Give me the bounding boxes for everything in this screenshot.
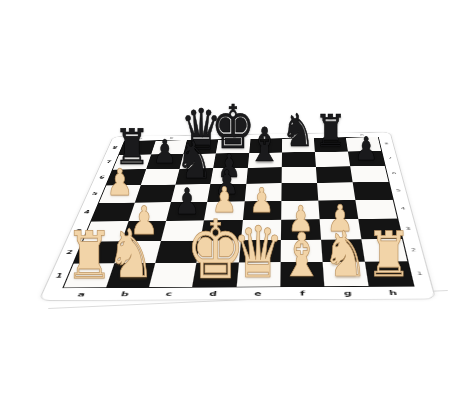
square-g8: [314, 138, 348, 152]
coordinate-label: f: [280, 287, 325, 299]
square-e2: [238, 240, 280, 263]
square-e4: [242, 201, 281, 220]
square-c3: [161, 220, 204, 241]
coordinate-label: d: [190, 287, 236, 299]
square-f5: [281, 183, 318, 201]
square-h8: [346, 137, 381, 151]
square-c8: [184, 140, 219, 154]
square-f7: [281, 152, 315, 167]
square-f2: [280, 240, 322, 263]
coordinate-label: e: [235, 287, 280, 299]
square-g7: [315, 152, 350, 167]
square-e7: [247, 153, 281, 168]
square-c4: [166, 202, 207, 221]
coordinate-label: g: [325, 287, 372, 299]
square-h1: [365, 261, 413, 286]
square-h6: [350, 166, 388, 183]
square-g3: [319, 219, 361, 240]
square-e5: [244, 183, 281, 201]
square-g6: [316, 166, 353, 183]
square-d6: [211, 168, 248, 184]
square-c7: [180, 154, 216, 169]
square-g1: [322, 262, 368, 287]
coordinate-label: b: [101, 288, 148, 300]
square-b6: [141, 169, 180, 185]
square-d2: [197, 240, 241, 262]
square-b1: [106, 263, 155, 287]
square-h2: [361, 239, 407, 262]
square-b4: [129, 202, 171, 221]
square-d1: [193, 262, 239, 287]
square-h3: [358, 218, 402, 239]
square-c5: [171, 184, 210, 202]
file-labels-front: abcdefgh: [57, 287, 417, 300]
square-b2: [115, 241, 162, 263]
square-h4: [355, 199, 397, 218]
square-e1: [236, 262, 280, 287]
board-perspective-wrap: abcdefgh 87654321 87654321 abcdefgh: [71, 27, 416, 372]
square-b3: [122, 221, 166, 242]
chess-mat: abcdefgh 87654321 87654321 abcdefgh: [38, 132, 436, 301]
square-b5: [135, 185, 176, 203]
square-e8: [249, 139, 282, 153]
square-c2: [156, 241, 201, 263]
coordinate-label: a: [57, 288, 105, 300]
square-d7: [213, 153, 248, 168]
square-a8: [119, 141, 156, 155]
chess-board-grid: [62, 137, 414, 288]
square-h7: [348, 151, 385, 166]
square-h5: [353, 182, 393, 200]
coordinate-label: h: [369, 287, 417, 299]
square-d5: [208, 184, 246, 202]
square-b7: [146, 154, 183, 169]
square-f4: [281, 200, 320, 219]
chess-set-photo: abcdefgh 87654321 87654321 abcdefgh ♛♚♞♜…: [0, 0, 452, 418]
square-d8: [216, 139, 250, 153]
square-g4: [318, 200, 358, 219]
square-f1: [280, 262, 324, 287]
square-b8: [151, 140, 187, 154]
square-a7: [113, 155, 151, 170]
square-e3: [241, 219, 281, 240]
coordinate-label: c: [145, 288, 192, 300]
square-f6: [281, 167, 317, 183]
square-f8: [282, 138, 315, 152]
square-g5: [317, 183, 355, 201]
square-c1: [149, 263, 197, 287]
square-c6: [176, 168, 214, 184]
square-e6: [246, 167, 282, 183]
square-f3: [281, 219, 321, 240]
square-d3: [201, 220, 243, 241]
square-g2: [321, 239, 365, 262]
square-d4: [204, 201, 244, 220]
